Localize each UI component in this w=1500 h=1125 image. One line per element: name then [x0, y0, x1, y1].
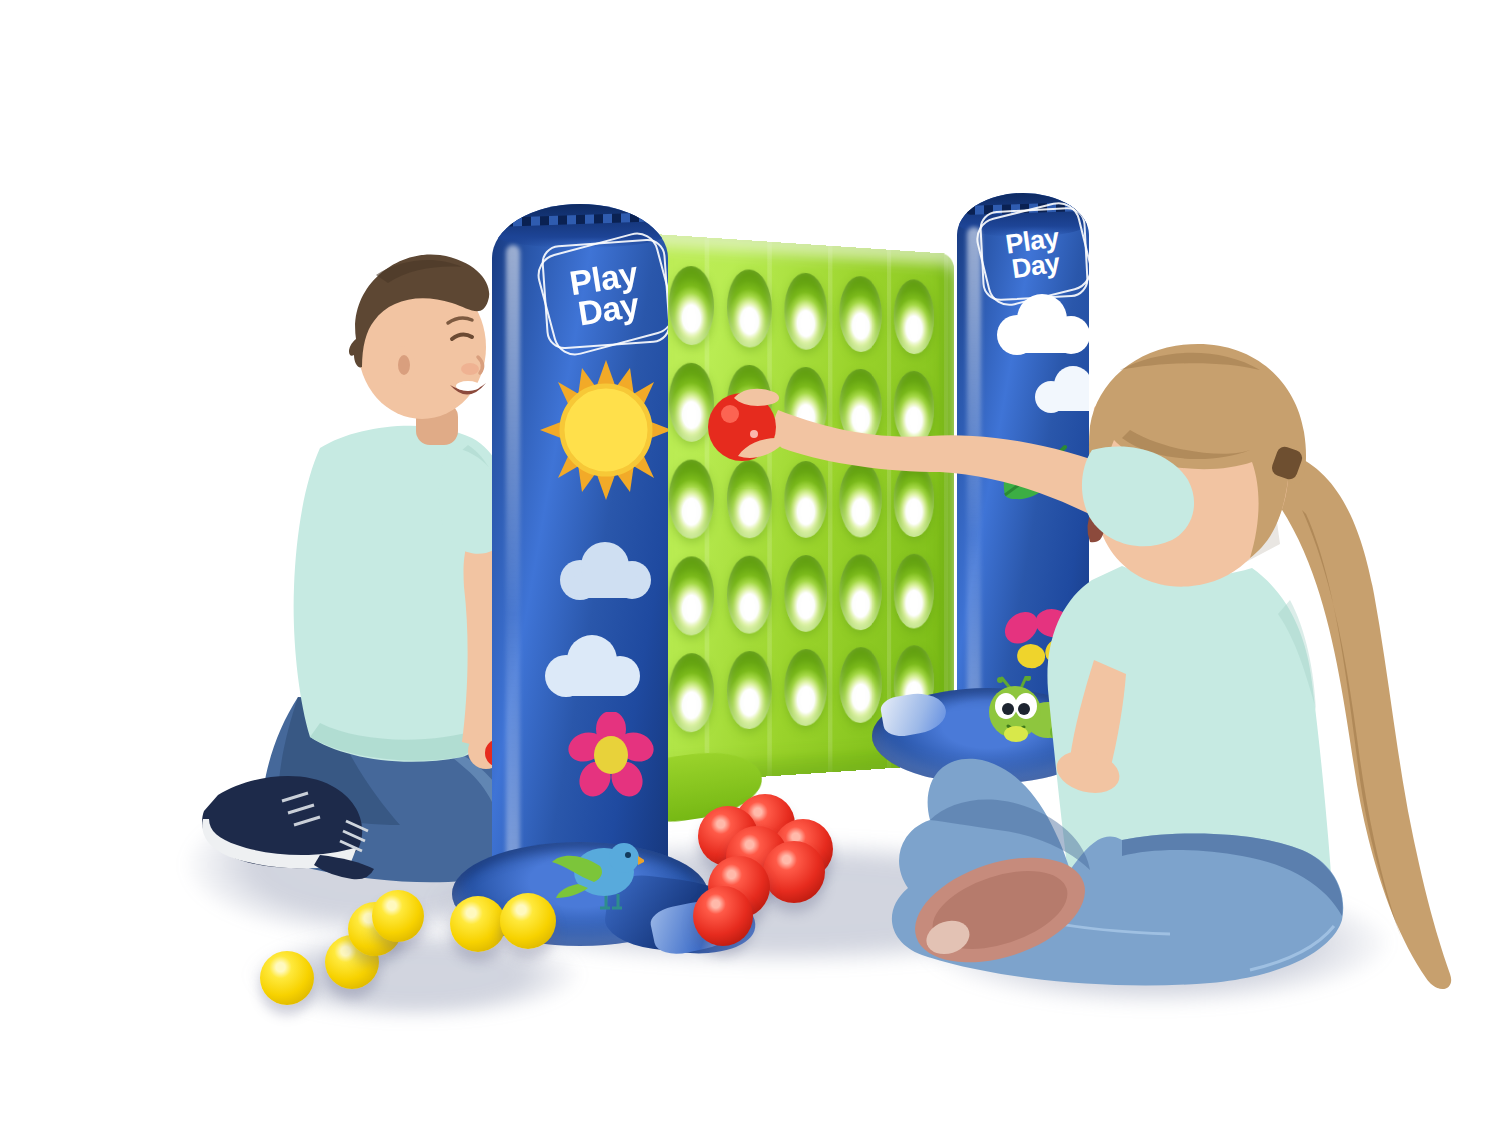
- left-pillar-highlight: [506, 245, 520, 859]
- yellow-ball-6[interactable]: [500, 893, 556, 949]
- sun-icon: [540, 352, 668, 502]
- boy-player: [170, 235, 530, 945]
- left-pillar: Play Day: [492, 204, 668, 886]
- play-day-logo-left: Play Day: [547, 240, 664, 347]
- product-photo-scene: Play Day: [0, 0, 1500, 1125]
- yellow-ball-5[interactable]: [450, 896, 506, 952]
- yellow-ball-4[interactable]: [372, 890, 424, 942]
- girl-player: [690, 330, 1480, 1000]
- cloud-icon: [534, 632, 650, 702]
- flower-icon: [568, 712, 654, 798]
- red-ball-11[interactable]: [763, 841, 825, 903]
- play-day-logo-right: Play Day: [986, 209, 1082, 298]
- bird-icon: [548, 832, 644, 912]
- red-ball-13[interactable]: [693, 886, 753, 946]
- yellow-ball-1[interactable]: [260, 951, 314, 1005]
- cloud-icon: [550, 538, 660, 604]
